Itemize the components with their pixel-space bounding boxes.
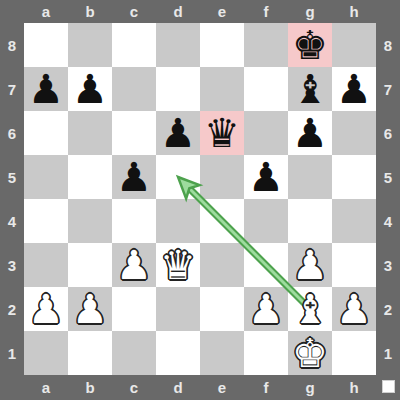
square-a2[interactable]: ♟ xyxy=(24,287,68,331)
piece-black-pawn[interactable]: ♟ xyxy=(28,67,64,111)
rank-label-6: 6 xyxy=(0,111,24,155)
piece-white-pawn[interactable]: ♟ xyxy=(28,287,64,331)
rank-label-4: 4 xyxy=(0,199,24,243)
square-c5[interactable]: ♟ xyxy=(112,155,156,199)
square-e2[interactable] xyxy=(200,287,244,331)
square-d4[interactable] xyxy=(156,199,200,243)
square-a8[interactable] xyxy=(24,23,68,67)
file-label-a: a xyxy=(24,375,68,400)
square-c2[interactable] xyxy=(112,287,156,331)
square-f3[interactable] xyxy=(244,243,288,287)
rank-label-8: 8 xyxy=(376,23,400,67)
rank-label-5: 5 xyxy=(376,155,400,199)
chess-board-frame: abcdefgh abcdefgh 87654321 87654321 ♚♟♟♝… xyxy=(0,0,400,400)
square-h8[interactable] xyxy=(332,23,376,67)
square-h4[interactable] xyxy=(332,199,376,243)
piece-white-queen[interactable]: ♛ xyxy=(160,243,196,287)
square-d1[interactable] xyxy=(156,331,200,375)
piece-white-pawn[interactable]: ♟ xyxy=(292,243,328,287)
file-label-h: h xyxy=(332,0,376,23)
rank-label-3: 3 xyxy=(0,243,24,287)
square-g6[interactable]: ♟ xyxy=(288,111,332,155)
square-c6[interactable] xyxy=(112,111,156,155)
file-label-d: d xyxy=(156,0,200,23)
square-b7[interactable]: ♟ xyxy=(68,67,112,111)
piece-black-pawn[interactable]: ♟ xyxy=(72,67,108,111)
piece-black-pawn[interactable]: ♟ xyxy=(160,111,196,155)
rank-label-7: 7 xyxy=(0,67,24,111)
rank-labels-left: 87654321 xyxy=(0,23,24,375)
square-f2[interactable]: ♟ xyxy=(244,287,288,331)
square-h2[interactable]: ♟ xyxy=(332,287,376,331)
square-a1[interactable] xyxy=(24,331,68,375)
chess-board[interactable]: ♚♟♟♝♟♟♛♟♟♟♟♛♟♟♟♟♝♟♚ xyxy=(24,23,376,375)
file-label-c: c xyxy=(112,0,156,23)
file-label-g: g xyxy=(288,0,332,23)
piece-black-pawn[interactable]: ♟ xyxy=(292,111,328,155)
file-label-a: a xyxy=(24,0,68,23)
square-b2[interactable]: ♟ xyxy=(68,287,112,331)
square-c4[interactable] xyxy=(112,199,156,243)
square-g2[interactable]: ♝ xyxy=(288,287,332,331)
white-to-move-indicator xyxy=(382,380,395,393)
square-g5[interactable] xyxy=(288,155,332,199)
square-a5[interactable] xyxy=(24,155,68,199)
square-e1[interactable] xyxy=(200,331,244,375)
square-a6[interactable] xyxy=(24,111,68,155)
rank-label-5: 5 xyxy=(0,155,24,199)
square-g1[interactable]: ♚ xyxy=(288,331,332,375)
piece-black-pawn[interactable]: ♟ xyxy=(248,155,284,199)
square-d2[interactable] xyxy=(156,287,200,331)
square-f4[interactable] xyxy=(244,199,288,243)
square-f1[interactable] xyxy=(244,331,288,375)
square-e6[interactable]: ♛ xyxy=(200,111,244,155)
square-g8[interactable]: ♚ xyxy=(288,23,332,67)
rank-label-6: 6 xyxy=(376,111,400,155)
file-label-h: h xyxy=(332,375,376,400)
rank-label-1: 1 xyxy=(0,331,24,375)
square-e4[interactable] xyxy=(200,199,244,243)
rank-labels-right: 87654321 xyxy=(376,23,400,375)
square-d3[interactable]: ♛ xyxy=(156,243,200,287)
file-labels-bottom: abcdefgh xyxy=(24,375,376,400)
piece-white-pawn[interactable]: ♟ xyxy=(248,287,284,331)
piece-white-pawn[interactable]: ♟ xyxy=(336,287,372,331)
square-h5[interactable] xyxy=(332,155,376,199)
rank-label-2: 2 xyxy=(376,287,400,331)
square-g4[interactable] xyxy=(288,199,332,243)
piece-white-king[interactable]: ♚ xyxy=(292,331,328,375)
square-f7[interactable] xyxy=(244,67,288,111)
square-a3[interactable] xyxy=(24,243,68,287)
piece-black-pawn[interactable]: ♟ xyxy=(116,155,152,199)
square-h3[interactable] xyxy=(332,243,376,287)
file-label-b: b xyxy=(68,375,112,400)
square-a7[interactable]: ♟ xyxy=(24,67,68,111)
square-c1[interactable] xyxy=(112,331,156,375)
file-label-c: c xyxy=(112,375,156,400)
piece-white-bishop[interactable]: ♝ xyxy=(292,287,328,331)
square-c3[interactable]: ♟ xyxy=(112,243,156,287)
square-b5[interactable] xyxy=(68,155,112,199)
square-c8[interactable] xyxy=(112,23,156,67)
square-d6[interactable]: ♟ xyxy=(156,111,200,155)
rank-label-7: 7 xyxy=(376,67,400,111)
rank-label-4: 4 xyxy=(376,199,400,243)
square-h6[interactable] xyxy=(332,111,376,155)
square-f6[interactable] xyxy=(244,111,288,155)
square-b8[interactable] xyxy=(68,23,112,67)
rank-label-3: 3 xyxy=(376,243,400,287)
square-c7[interactable] xyxy=(112,67,156,111)
square-e3[interactable] xyxy=(200,243,244,287)
square-d7[interactable] xyxy=(156,67,200,111)
file-label-e: e xyxy=(200,0,244,23)
file-label-f: f xyxy=(244,0,288,23)
square-e7[interactable] xyxy=(200,67,244,111)
square-g7[interactable]: ♝ xyxy=(288,67,332,111)
piece-white-pawn[interactable]: ♟ xyxy=(116,243,152,287)
square-b1[interactable] xyxy=(68,331,112,375)
file-labels-top: abcdefgh xyxy=(24,0,376,23)
square-f5[interactable]: ♟ xyxy=(244,155,288,199)
piece-black-pawn[interactable]: ♟ xyxy=(336,67,372,111)
file-label-e: e xyxy=(200,375,244,400)
square-g3[interactable]: ♟ xyxy=(288,243,332,287)
rank-label-8: 8 xyxy=(0,23,24,67)
square-f8[interactable] xyxy=(244,23,288,67)
square-d8[interactable] xyxy=(156,23,200,67)
piece-black-queen[interactable]: ♛ xyxy=(204,111,240,155)
square-e8[interactable] xyxy=(200,23,244,67)
square-h7[interactable]: ♟ xyxy=(332,67,376,111)
square-d5[interactable] xyxy=(156,155,200,199)
rank-label-1: 1 xyxy=(376,331,400,375)
file-label-b: b xyxy=(68,0,112,23)
square-b4[interactable] xyxy=(68,199,112,243)
file-label-g: g xyxy=(288,375,332,400)
file-label-f: f xyxy=(244,375,288,400)
square-a4[interactable] xyxy=(24,199,68,243)
square-h1[interactable] xyxy=(332,331,376,375)
file-label-d: d xyxy=(156,375,200,400)
piece-white-pawn[interactable]: ♟ xyxy=(72,287,108,331)
piece-black-king[interactable]: ♚ xyxy=(292,23,328,67)
rank-label-2: 2 xyxy=(0,287,24,331)
piece-black-bishop[interactable]: ♝ xyxy=(292,67,328,111)
square-b3[interactable] xyxy=(68,243,112,287)
square-e5[interactable] xyxy=(200,155,244,199)
square-b6[interactable] xyxy=(68,111,112,155)
